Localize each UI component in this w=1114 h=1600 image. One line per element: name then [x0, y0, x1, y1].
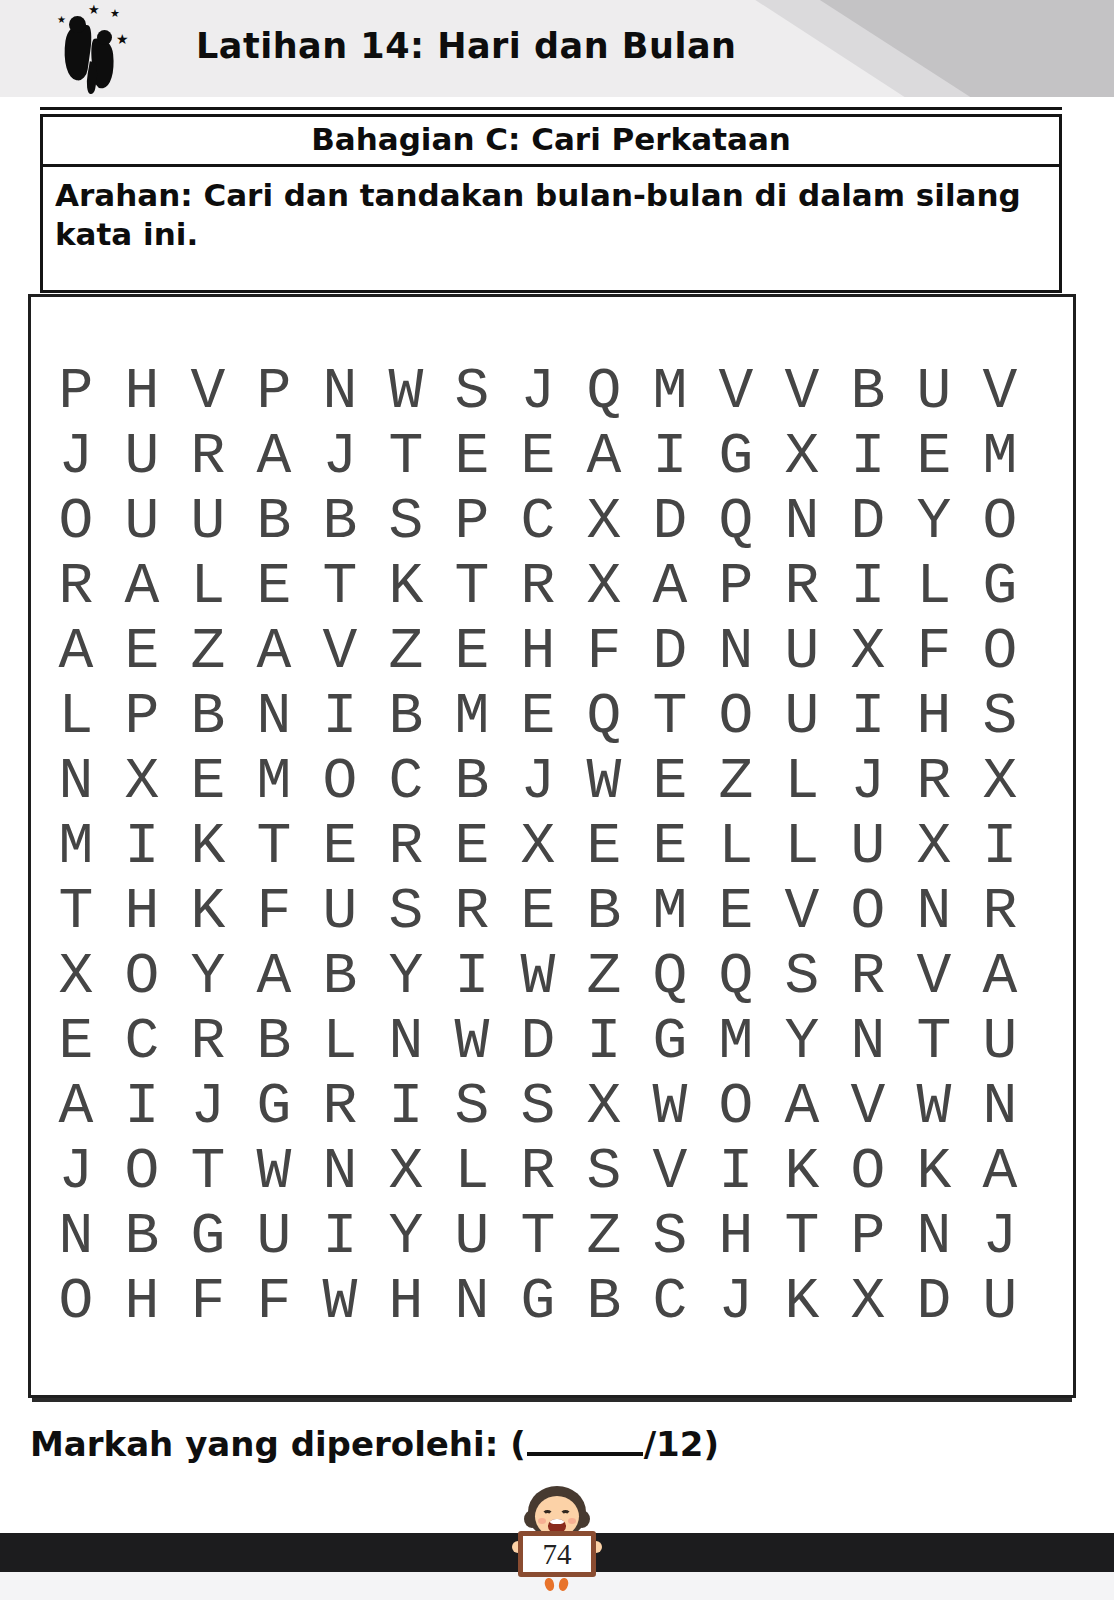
grid-cell[interactable]: S: [769, 944, 835, 1009]
grid-cell[interactable]: R: [769, 554, 835, 619]
grid-cell[interactable]: R: [373, 814, 439, 879]
grid-cell[interactable]: F: [241, 1269, 307, 1334]
grid-cell[interactable]: N: [835, 1009, 901, 1074]
grid-cell[interactable]: M: [241, 749, 307, 814]
grid-cell[interactable]: H: [109, 879, 175, 944]
grid-cell[interactable]: N: [439, 1269, 505, 1334]
grid-cell[interactable]: B: [241, 489, 307, 554]
grid-cell[interactable]: O: [967, 489, 1033, 554]
grid-cell[interactable]: P: [835, 1204, 901, 1269]
grid-cell[interactable]: I: [637, 424, 703, 489]
grid-cell[interactable]: B: [439, 749, 505, 814]
grid-cell[interactable]: D: [505, 1009, 571, 1074]
grid-cell[interactable]: Q: [703, 489, 769, 554]
grid-cell[interactable]: B: [241, 1009, 307, 1074]
grid-cell[interactable]: Z: [175, 619, 241, 684]
grid-cell[interactable]: S: [373, 489, 439, 554]
grid-cell[interactable]: L: [307, 1009, 373, 1074]
grid-cell[interactable]: K: [769, 1139, 835, 1204]
page-number: 74: [543, 1540, 572, 1569]
grid-cell[interactable]: W: [571, 749, 637, 814]
mascot-teeth: [550, 1519, 564, 1524]
grid-cell[interactable]: N: [967, 1074, 1033, 1139]
grid-cell[interactable]: E: [505, 684, 571, 749]
grid-cell[interactable]: T: [769, 1204, 835, 1269]
grid-cell[interactable]: F: [241, 879, 307, 944]
grid-cell[interactable]: X: [571, 554, 637, 619]
grid-cell[interactable]: O: [967, 619, 1033, 684]
grid-cell[interactable]: E: [505, 879, 571, 944]
instructions-line1: Arahan: Cari dan tandakan bulan-bulan di…: [55, 176, 1047, 215]
section-title: Bahagian C: Cari Perkataan: [43, 117, 1059, 167]
grid-cell[interactable]: L: [901, 554, 967, 619]
grid-cell[interactable]: P: [109, 684, 175, 749]
grid-cell[interactable]: B: [175, 684, 241, 749]
grid-cell[interactable]: S: [967, 684, 1033, 749]
grid-cell[interactable]: X: [769, 424, 835, 489]
word-search-grid: PHVPNWSJQMVVBUVJURAJTEEAIGXIEMOUUBBSPCXD…: [43, 359, 1033, 1282]
star-icon: ★: [57, 15, 66, 25]
grid-cell[interactable]: O: [835, 879, 901, 944]
grid-cell[interactable]: T: [373, 424, 439, 489]
grid-cell[interactable]: H: [703, 1204, 769, 1269]
grid-cell[interactable]: E: [637, 814, 703, 879]
page-number-sign: 74: [518, 1531, 596, 1577]
grid-cell[interactable]: A: [43, 619, 109, 684]
grid-cell[interactable]: T: [637, 684, 703, 749]
grid-cell[interactable]: R: [505, 1139, 571, 1204]
grid-cell[interactable]: U: [835, 814, 901, 879]
grid-cell[interactable]: I: [967, 814, 1033, 879]
grid-cell[interactable]: N: [43, 749, 109, 814]
grid-cell[interactable]: B: [571, 1269, 637, 1334]
grid-cell[interactable]: Y: [373, 1204, 439, 1269]
score-suffix: /12): [644, 1424, 719, 1464]
grid-cell[interactable]: Q: [703, 944, 769, 1009]
grid-cell[interactable]: O: [307, 749, 373, 814]
grid-cell[interactable]: I: [835, 554, 901, 619]
grid-cell[interactable]: O: [43, 489, 109, 554]
grid-cell[interactable]: J: [43, 424, 109, 489]
star-icon: ★: [116, 32, 129, 46]
grid-cell[interactable]: C: [505, 489, 571, 554]
mascot-foot: [558, 1577, 570, 1592]
grid-cell[interactable]: K: [175, 814, 241, 879]
grid-cell[interactable]: V: [637, 1139, 703, 1204]
grid-cell[interactable]: T: [439, 554, 505, 619]
grid-cell[interactable]: D: [901, 1269, 967, 1334]
grid-cell[interactable]: I: [835, 424, 901, 489]
grid-cell[interactable]: Y: [901, 489, 967, 554]
grid-cell[interactable]: M: [637, 359, 703, 424]
grid-cell[interactable]: D: [637, 619, 703, 684]
grid-cell[interactable]: X: [967, 749, 1033, 814]
grid-cell[interactable]: X: [901, 814, 967, 879]
grid-cell[interactable]: A: [967, 1139, 1033, 1204]
grid-cell[interactable]: C: [373, 749, 439, 814]
grid-cell[interactable]: Y: [769, 1009, 835, 1074]
word-search-box: PHVPNWSJQMVVBUVJURAJTEEAIGXIEMOUUBBSPCXD…: [28, 294, 1076, 1398]
grid-cell[interactable]: E: [637, 749, 703, 814]
grid-cell[interactable]: X: [109, 749, 175, 814]
grid-cell[interactable]: I: [703, 1139, 769, 1204]
grid-cell[interactable]: X: [571, 1074, 637, 1139]
section-box-top-rule: [40, 107, 1062, 110]
grid-cell[interactable]: K: [769, 1269, 835, 1334]
grid-cell[interactable]: M: [967, 424, 1033, 489]
grid-cell[interactable]: G: [967, 554, 1033, 619]
grid-cell[interactable]: T: [241, 814, 307, 879]
grid-cell[interactable]: S: [637, 1204, 703, 1269]
grid-cell[interactable]: H: [373, 1269, 439, 1334]
grid-cell[interactable]: P: [43, 359, 109, 424]
grid-cell[interactable]: X: [505, 814, 571, 879]
grid-cell[interactable]: S: [373, 879, 439, 944]
grid-cell[interactable]: O: [43, 1269, 109, 1334]
page-title: Latihan 14: Hari dan Bulan: [196, 26, 736, 66]
grid-cell[interactable]: W: [439, 1009, 505, 1074]
grid-cell[interactable]: I: [109, 1074, 175, 1139]
grid-cell[interactable]: K: [373, 554, 439, 619]
grid-cell[interactable]: U: [967, 1009, 1033, 1074]
grid-cell[interactable]: Z: [373, 619, 439, 684]
grid-cell[interactable]: J: [703, 1269, 769, 1334]
grid-cell[interactable]: O: [835, 1139, 901, 1204]
grid-cell[interactable]: B: [307, 944, 373, 1009]
grid-cell[interactable]: E: [241, 554, 307, 619]
mascot-blush: [568, 1518, 576, 1524]
instructions: Arahan: Cari dan tandakan bulan-bulan di…: [43, 167, 1059, 254]
grid-cell[interactable]: A: [241, 944, 307, 1009]
grid-cell[interactable]: W: [637, 1074, 703, 1139]
grid-cell[interactable]: Y: [175, 944, 241, 1009]
grid-cell[interactable]: P: [439, 489, 505, 554]
grid-cell[interactable]: Q: [571, 359, 637, 424]
grid-cell[interactable]: N: [769, 489, 835, 554]
grid-cell[interactable]: A: [769, 1074, 835, 1139]
mascot-blush: [538, 1518, 546, 1524]
grid-cell[interactable]: A: [241, 619, 307, 684]
grid-cell[interactable]: F: [175, 1269, 241, 1334]
grid-cell[interactable]: H: [109, 1269, 175, 1334]
grid-cell[interactable]: R: [43, 554, 109, 619]
grid-cell[interactable]: B: [571, 879, 637, 944]
grid-cell[interactable]: V: [769, 879, 835, 944]
grid-cell[interactable]: D: [835, 489, 901, 554]
grid-cell[interactable]: C: [109, 1009, 175, 1074]
grid-cell[interactable]: U: [109, 424, 175, 489]
grid-cell[interactable]: O: [109, 1139, 175, 1204]
star-icon: ★: [88, 3, 100, 16]
grid-cell[interactable]: S: [439, 1074, 505, 1139]
grid-cell[interactable]: U: [175, 489, 241, 554]
grid-cell[interactable]: U: [307, 879, 373, 944]
grid-cell[interactable]: V: [703, 359, 769, 424]
grid-cell[interactable]: U: [769, 684, 835, 749]
grid-cell[interactable]: T: [307, 554, 373, 619]
grid-cell[interactable]: I: [835, 684, 901, 749]
grid-cell[interactable]: R: [835, 944, 901, 1009]
grid-cell[interactable]: Z: [703, 749, 769, 814]
grid-cell[interactable]: B: [835, 359, 901, 424]
grid-cell[interactable]: N: [307, 359, 373, 424]
grid-cell[interactable]: A: [571, 424, 637, 489]
grid-cell[interactable]: K: [901, 1139, 967, 1204]
grid-cell[interactable]: I: [373, 1074, 439, 1139]
grid-cell[interactable]: I: [307, 684, 373, 749]
grid-cell[interactable]: Z: [571, 1204, 637, 1269]
grid-cell[interactable]: E: [571, 814, 637, 879]
grid-cell[interactable]: I: [571, 1009, 637, 1074]
grid-cell[interactable]: U: [109, 489, 175, 554]
grid-cell[interactable]: V: [967, 359, 1033, 424]
grid-cell[interactable]: Z: [571, 944, 637, 1009]
star-icon: ★: [110, 8, 120, 19]
logo-figure-head: [69, 16, 86, 33]
grid-cell[interactable]: U: [901, 359, 967, 424]
grid-cell[interactable]: J: [307, 424, 373, 489]
grid-cell[interactable]: A: [637, 554, 703, 619]
grid-cell[interactable]: L: [769, 814, 835, 879]
grid-cell[interactable]: B: [109, 1204, 175, 1269]
grid-cell[interactable]: N: [373, 1009, 439, 1074]
grid-cell[interactable]: N: [241, 684, 307, 749]
grid-cell[interactable]: U: [769, 619, 835, 684]
grid-cell[interactable]: A: [967, 944, 1033, 1009]
grid-cell[interactable]: G: [703, 424, 769, 489]
grid-cell[interactable]: H: [109, 359, 175, 424]
grid-cell[interactable]: R: [505, 554, 571, 619]
grid-cell[interactable]: G: [637, 1009, 703, 1074]
grid-cell[interactable]: H: [901, 684, 967, 749]
grid-cell[interactable]: O: [703, 1074, 769, 1139]
grid-cell[interactable]: E: [901, 424, 967, 489]
grid-cell[interactable]: I: [109, 814, 175, 879]
grid-cell[interactable]: R: [901, 749, 967, 814]
grid-cell[interactable]: J: [967, 1204, 1033, 1269]
grid-cell[interactable]: E: [307, 814, 373, 879]
grid-cell[interactable]: Q: [637, 944, 703, 1009]
grid-cell[interactable]: T: [43, 879, 109, 944]
grid-cell[interactable]: X: [373, 1139, 439, 1204]
publisher-logo: ★ ★ ★ ★ ★: [58, 6, 130, 96]
grid-cell[interactable]: I: [439, 944, 505, 1009]
grid-cell[interactable]: L: [43, 684, 109, 749]
grid-cell[interactable]: S: [439, 359, 505, 424]
grid-cell[interactable]: S: [571, 1139, 637, 1204]
grid-cell[interactable]: N: [307, 1139, 373, 1204]
grid-cell[interactable]: B: [307, 489, 373, 554]
grid-cell[interactable]: V: [835, 1074, 901, 1139]
logo-figure-head: [97, 30, 112, 45]
grid-cell[interactable]: T: [505, 1204, 571, 1269]
grid-cell[interactable]: L: [439, 1139, 505, 1204]
grid-cell[interactable]: N: [901, 879, 967, 944]
grid-cell[interactable]: N: [703, 619, 769, 684]
grid-cell[interactable]: V: [307, 619, 373, 684]
grid-cell[interactable]: C: [637, 1269, 703, 1334]
score-blank-field[interactable]: [527, 1446, 643, 1456]
grid-cell[interactable]: Y: [373, 944, 439, 1009]
grid-cell[interactable]: P: [703, 554, 769, 619]
grid-cell[interactable]: J: [505, 359, 571, 424]
grid-cell[interactable]: M: [43, 814, 109, 879]
grid-cell[interactable]: J: [505, 749, 571, 814]
grid-cell[interactable]: A: [43, 1074, 109, 1139]
mascot-foot: [544, 1577, 556, 1592]
grid-cell[interactable]: J: [43, 1139, 109, 1204]
grid-cell[interactable]: R: [967, 879, 1033, 944]
grid-cell[interactable]: L: [769, 749, 835, 814]
grid-cell[interactable]: N: [901, 1204, 967, 1269]
grid-cell[interactable]: W: [241, 1139, 307, 1204]
grid-cell[interactable]: M: [703, 1009, 769, 1074]
score-line: Markah yang diperolehi: (/12): [30, 1424, 719, 1464]
grid-cell[interactable]: X: [835, 619, 901, 684]
grid-cell[interactable]: D: [637, 489, 703, 554]
grid-cell[interactable]: T: [175, 1139, 241, 1204]
grid-cell[interactable]: K: [175, 879, 241, 944]
mascot-child: 74: [512, 1484, 602, 1592]
grid-cell[interactable]: J: [175, 1074, 241, 1139]
instructions-line2: kata ini.: [55, 215, 1047, 254]
grid-cell[interactable]: V: [769, 359, 835, 424]
grid-cell[interactable]: N: [43, 1204, 109, 1269]
grid-cell[interactable]: G: [241, 1074, 307, 1139]
grid-cell[interactable]: W: [505, 944, 571, 1009]
grid-cell[interactable]: E: [703, 879, 769, 944]
grid-cell[interactable]: P: [241, 359, 307, 424]
grid-cell[interactable]: H: [505, 619, 571, 684]
grid-cell[interactable]: B: [373, 684, 439, 749]
grid-cell[interactable]: A: [241, 424, 307, 489]
grid-cell[interactable]: V: [901, 944, 967, 1009]
grid-cell[interactable]: E: [505, 424, 571, 489]
grid-cell[interactable]: F: [571, 619, 637, 684]
grid-cell[interactable]: R: [439, 879, 505, 944]
grid-cell[interactable]: W: [901, 1074, 967, 1139]
grid-cell[interactable]: E: [439, 619, 505, 684]
grid-cell[interactable]: E: [175, 749, 241, 814]
grid-cell[interactable]: T: [901, 1009, 967, 1074]
grid-cell[interactable]: X: [571, 489, 637, 554]
grid-cell[interactable]: X: [835, 1269, 901, 1334]
grid-cell[interactable]: G: [505, 1269, 571, 1334]
grid-cell[interactable]: M: [439, 684, 505, 749]
grid-cell[interactable]: M: [637, 879, 703, 944]
grid-cell[interactable]: E: [43, 1009, 109, 1074]
grid-cell[interactable]: A: [109, 554, 175, 619]
grid-cell[interactable]: U: [967, 1269, 1033, 1334]
grid-cell[interactable]: R: [175, 1009, 241, 1074]
score-prefix: Markah yang diperolehi: (: [30, 1424, 526, 1464]
grid-cell[interactable]: W: [307, 1269, 373, 1334]
grid-cell[interactable]: E: [439, 424, 505, 489]
section-box: Bahagian C: Cari Perkataan Arahan: Cari …: [40, 114, 1062, 293]
grid-cell[interactable]: O: [109, 944, 175, 1009]
grid-cell[interactable]: F: [901, 619, 967, 684]
grid-cell[interactable]: E: [439, 814, 505, 879]
grid-cell[interactable]: J: [835, 749, 901, 814]
grid-cell[interactable]: U: [439, 1204, 505, 1269]
grid-cell[interactable]: R: [175, 424, 241, 489]
grid-cell[interactable]: X: [43, 944, 109, 1009]
grid-cell[interactable]: U: [241, 1204, 307, 1269]
grid-cell[interactable]: I: [307, 1204, 373, 1269]
grid-cell[interactable]: W: [373, 359, 439, 424]
grid-cell[interactable]: Q: [571, 684, 637, 749]
grid-cell[interactable]: L: [703, 814, 769, 879]
grid-cell[interactable]: E: [109, 619, 175, 684]
grid-cell[interactable]: O: [703, 684, 769, 749]
grid-cell[interactable]: V: [175, 359, 241, 424]
grid-cell[interactable]: R: [307, 1074, 373, 1139]
grid-cell[interactable]: S: [505, 1074, 571, 1139]
grid-cell[interactable]: L: [175, 554, 241, 619]
grid-cell[interactable]: G: [175, 1204, 241, 1269]
